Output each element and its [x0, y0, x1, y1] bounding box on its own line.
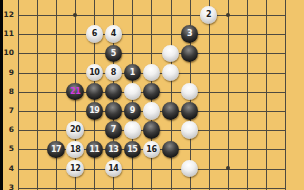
stone-white-G6 — [124, 121, 141, 138]
row-label-6: 6 — [0, 125, 14, 135]
stone-black-15: 15 — [124, 141, 141, 158]
stone-white-J6 — [181, 121, 198, 138]
stone-white-20: 20 — [66, 121, 83, 138]
stone-black-21: 21 — [66, 83, 83, 100]
row-label-10: 10 — [0, 48, 14, 58]
row-label-12: 12 — [0, 10, 14, 20]
row-label-5: 5 — [0, 144, 14, 154]
row-label-3: 3 — [0, 183, 14, 190]
stone-black-13: 13 — [105, 141, 122, 158]
stone-white-2: 2 — [200, 6, 217, 23]
stone-black-J10 — [181, 45, 198, 62]
stone-black-7: 7 — [105, 121, 122, 138]
stone-black-19: 19 — [86, 102, 103, 119]
stone-black-F7 — [105, 102, 122, 119]
stone-black-J7 — [181, 102, 198, 119]
stone-black-17: 17 — [47, 141, 64, 158]
stone-black-1: 1 — [124, 64, 141, 81]
stone-white-8: 8 — [105, 64, 122, 81]
stone-black-F8 — [105, 83, 122, 100]
stone-black-I7 — [162, 102, 179, 119]
star-point-L12 — [226, 13, 230, 17]
row-label-4: 4 — [0, 164, 14, 174]
stone-white-I9 — [162, 64, 179, 81]
stone-white-I10 — [162, 45, 179, 62]
stone-white-6: 6 — [86, 25, 103, 42]
stone-white-J4 — [181, 160, 198, 177]
row-label-11: 11 — [0, 29, 14, 39]
stone-white-4: 4 — [105, 25, 122, 42]
stone-white-H9 — [143, 64, 160, 81]
stone-white-10: 10 — [86, 64, 103, 81]
stone-black-3: 3 — [181, 25, 198, 42]
stone-white-14: 14 — [105, 160, 122, 177]
star-point-L4 — [226, 166, 230, 170]
stone-black-H6 — [143, 121, 160, 138]
row-label-7: 7 — [0, 106, 14, 116]
stone-white-18: 18 — [66, 141, 83, 158]
stone-black-5: 5 — [105, 45, 122, 62]
stone-black-I5 — [162, 141, 179, 158]
stone-black-11: 11 — [86, 141, 103, 158]
stone-white-G8 — [124, 83, 141, 100]
stone-black-9: 9 — [124, 102, 141, 119]
star-point-D12 — [73, 13, 77, 17]
stone-white-16: 16 — [143, 141, 160, 158]
stone-white-12: 12 — [66, 160, 83, 177]
row-label-8: 8 — [0, 87, 14, 97]
stone-black-E8 — [86, 83, 103, 100]
row-label-9: 9 — [0, 68, 14, 78]
stone-black-H8 — [143, 83, 160, 100]
game-board[interactable]: 1211109876543 12345678910111213141516171… — [0, 0, 304, 190]
stone-white-J8 — [181, 83, 198, 100]
stones-layer: 123456789101112131415161718192021 — [8, 5, 294, 190]
stone-white-H7 — [143, 102, 160, 119]
